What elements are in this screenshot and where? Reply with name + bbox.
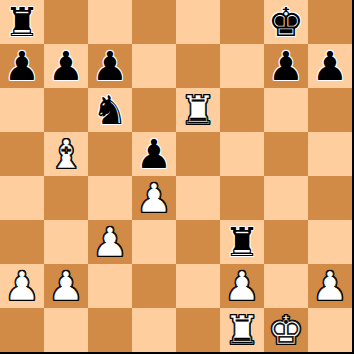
square-b2[interactable]: ♟ [44, 264, 88, 308]
piece-black-pawn: ♟ [4, 44, 40, 88]
square-c4[interactable] [88, 176, 132, 220]
square-a4[interactable] [0, 176, 44, 220]
square-f5[interactable] [220, 132, 264, 176]
square-a7[interactable]: ♟ [0, 44, 44, 88]
square-h1[interactable] [308, 308, 352, 352]
piece-white-king: ♚ [268, 308, 304, 352]
square-h4[interactable] [308, 176, 352, 220]
square-g1[interactable]: ♚ [264, 308, 308, 352]
square-f3[interactable]: ♜ [220, 220, 264, 264]
square-c1[interactable] [88, 308, 132, 352]
square-g5[interactable] [264, 132, 308, 176]
piece-white-pawn: ♟ [92, 220, 128, 264]
square-b7[interactable]: ♟ [44, 44, 88, 88]
square-d5[interactable]: ♟ [132, 132, 176, 176]
piece-white-pawn: ♟ [136, 176, 172, 220]
square-h5[interactable] [308, 132, 352, 176]
square-f6[interactable] [220, 88, 264, 132]
piece-white-rook: ♜ [180, 88, 216, 132]
piece-white-bishop: ♝ [48, 132, 84, 176]
square-g2[interactable] [264, 264, 308, 308]
piece-white-pawn: ♟ [4, 264, 40, 308]
square-a8[interactable]: ♜ [0, 0, 44, 44]
square-d1[interactable] [132, 308, 176, 352]
square-d7[interactable] [132, 44, 176, 88]
square-d4[interactable]: ♟ [132, 176, 176, 220]
square-b1[interactable] [44, 308, 88, 352]
piece-black-pawn: ♟ [48, 44, 84, 88]
piece-white-pawn: ♟ [312, 264, 348, 308]
square-h7[interactable]: ♟ [308, 44, 352, 88]
piece-black-king: ♚ [268, 0, 304, 44]
piece-white-pawn: ♟ [224, 264, 260, 308]
square-b5[interactable]: ♝ [44, 132, 88, 176]
square-a3[interactable] [0, 220, 44, 264]
square-e2[interactable] [176, 264, 220, 308]
square-c3[interactable]: ♟ [88, 220, 132, 264]
square-h8[interactable] [308, 0, 352, 44]
square-d8[interactable] [132, 0, 176, 44]
square-f7[interactable] [220, 44, 264, 88]
square-h3[interactable] [308, 220, 352, 264]
chess-board: ♜♚♟♟♟♟♟♞♜♝♟♟♟♜♟♟♟♟♜♚ [0, 0, 354, 354]
square-d2[interactable] [132, 264, 176, 308]
square-a6[interactable] [0, 88, 44, 132]
square-f4[interactable] [220, 176, 264, 220]
square-b3[interactable] [44, 220, 88, 264]
square-g6[interactable] [264, 88, 308, 132]
square-c5[interactable] [88, 132, 132, 176]
square-b8[interactable] [44, 0, 88, 44]
square-d6[interactable] [132, 88, 176, 132]
square-g4[interactable] [264, 176, 308, 220]
chess-diagram: ♜♚♟♟♟♟♟♞♜♝♟♟♟♜♟♟♟♟♜♚ [0, 0, 354, 354]
piece-white-rook: ♜ [224, 308, 260, 352]
square-h2[interactable]: ♟ [308, 264, 352, 308]
square-h6[interactable] [308, 88, 352, 132]
square-e6[interactable]: ♜ [176, 88, 220, 132]
piece-black-rook: ♜ [4, 0, 40, 44]
square-b6[interactable] [44, 88, 88, 132]
square-e8[interactable] [176, 0, 220, 44]
square-c8[interactable] [88, 0, 132, 44]
piece-black-pawn: ♟ [312, 44, 348, 88]
square-d3[interactable] [132, 220, 176, 264]
piece-white-pawn: ♟ [48, 264, 84, 308]
square-a5[interactable] [0, 132, 44, 176]
square-g7[interactable]: ♟ [264, 44, 308, 88]
square-b4[interactable] [44, 176, 88, 220]
square-a2[interactable]: ♟ [0, 264, 44, 308]
square-e1[interactable] [176, 308, 220, 352]
piece-black-knight: ♞ [92, 88, 128, 132]
square-c7[interactable]: ♟ [88, 44, 132, 88]
square-e7[interactable] [176, 44, 220, 88]
square-g8[interactable]: ♚ [264, 0, 308, 44]
square-e4[interactable] [176, 176, 220, 220]
piece-black-pawn: ♟ [92, 44, 128, 88]
square-f8[interactable] [220, 0, 264, 44]
piece-black-pawn: ♟ [268, 44, 304, 88]
square-e5[interactable] [176, 132, 220, 176]
square-c6[interactable]: ♞ [88, 88, 132, 132]
piece-black-pawn: ♟ [136, 132, 172, 176]
piece-black-rook: ♜ [224, 220, 260, 264]
square-g3[interactable] [264, 220, 308, 264]
square-f2[interactable]: ♟ [220, 264, 264, 308]
square-a1[interactable] [0, 308, 44, 352]
square-e3[interactable] [176, 220, 220, 264]
square-c2[interactable] [88, 264, 132, 308]
square-f1[interactable]: ♜ [220, 308, 264, 352]
